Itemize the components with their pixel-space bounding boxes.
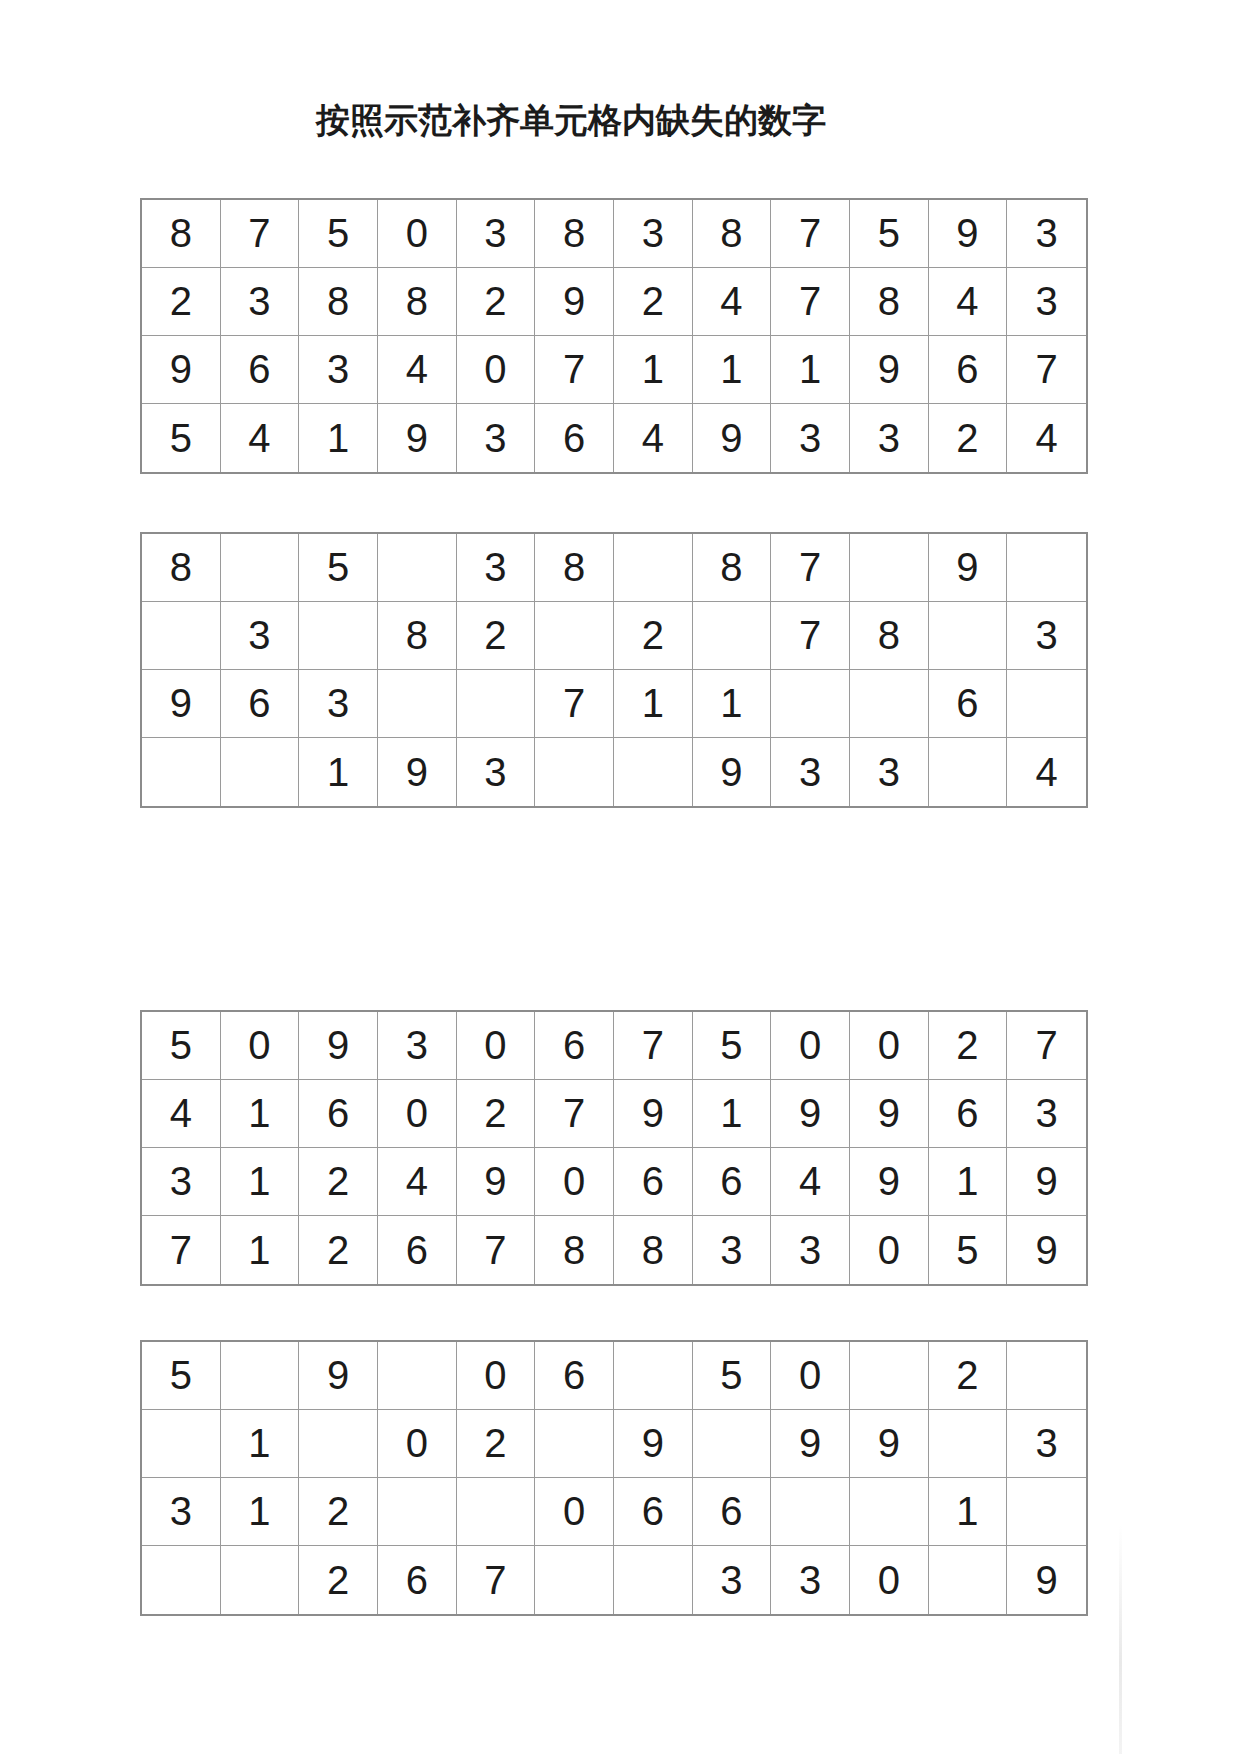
digit-cell-r1c2: 0	[221, 1012, 300, 1080]
digit-cell-r4c5: 3	[457, 404, 536, 472]
answer-cell-r3c5[interactable]	[457, 1478, 536, 1546]
answer-cell-r4c6[interactable]	[535, 1546, 614, 1614]
digit-cell-r3c8: 1	[693, 336, 772, 404]
digit-cell-r3c7: 1	[614, 336, 693, 404]
digit-cell-r4c12: 4	[1007, 404, 1086, 472]
answer-cell-r2c3[interactable]	[299, 1410, 378, 1478]
digit-cell-r2c4: 0	[378, 1080, 457, 1148]
digit-cell-r4c5: 3	[457, 738, 536, 806]
digit-cell-r2c3: 8	[299, 268, 378, 336]
digit-cell-r2c2: 1	[221, 1410, 300, 1478]
digit-cell-r1c3: 9	[299, 1342, 378, 1410]
worksheet-page: 按照示范补齐单元格内缺失的数字 875038387593238829247843…	[0, 0, 1240, 1754]
digit-cell-r1c9: 7	[771, 200, 850, 268]
digit-cell-r3c5: 0	[457, 336, 536, 404]
digit-cell-r4c10: 3	[850, 404, 929, 472]
digit-cell-r2c5: 2	[457, 268, 536, 336]
digit-cell-r3c2: 6	[221, 336, 300, 404]
digit-cell-r1c5: 3	[457, 200, 536, 268]
digit-cell-r1c6: 8	[535, 534, 614, 602]
digit-cell-r1c5: 0	[457, 1342, 536, 1410]
digit-cell-r2c12: 3	[1007, 268, 1086, 336]
answer-cell-r2c1[interactable]	[142, 1410, 221, 1478]
digit-cell-r4c6: 6	[535, 404, 614, 472]
digit-cell-r4c4: 6	[378, 1216, 457, 1284]
example-grid-1: 8750383875932388292478439634071119675419…	[140, 198, 1088, 474]
digit-cell-r4c8: 3	[693, 1216, 772, 1284]
digit-cell-r4c3: 2	[299, 1546, 378, 1614]
digit-cell-r2c4: 8	[378, 268, 457, 336]
digit-cell-r3c11: 6	[929, 336, 1008, 404]
digit-cell-r3c1: 3	[142, 1478, 221, 1546]
digit-cell-r4c3: 1	[299, 738, 378, 806]
digit-cell-r3c3: 2	[299, 1148, 378, 1216]
digit-cell-r2c1: 4	[142, 1080, 221, 1148]
digit-cell-r3c9: 1	[771, 336, 850, 404]
digit-cell-r2c4: 0	[378, 1410, 457, 1478]
digit-cell-r1c9: 7	[771, 534, 850, 602]
digit-cell-r2c10: 9	[850, 1410, 929, 1478]
digit-cell-r3c2: 6	[221, 670, 300, 738]
answer-cell-r1c7[interactable]	[614, 1342, 693, 1410]
digit-cell-r1c11: 9	[929, 200, 1008, 268]
digit-cell-r4c12: 4	[1007, 738, 1086, 806]
digit-cell-r3c12: 9	[1007, 1148, 1086, 1216]
digit-cell-r3c7: 6	[614, 1148, 693, 1216]
answer-cell-r3c10[interactable]	[850, 670, 929, 738]
digit-cell-r1c3: 5	[299, 534, 378, 602]
digit-cell-r4c6: 8	[535, 1216, 614, 1284]
digit-cell-r2c2: 1	[221, 1080, 300, 1148]
digit-cell-r3c3: 3	[299, 336, 378, 404]
digit-cell-r4c8: 3	[693, 1546, 772, 1614]
answer-cell-r4c11[interactable]	[929, 738, 1008, 806]
digit-cell-r2c12: 3	[1007, 602, 1086, 670]
digit-cell-r1c8: 8	[693, 200, 772, 268]
digit-cell-r4c8: 9	[693, 404, 772, 472]
digit-cell-r1c1: 8	[142, 200, 221, 268]
digit-cell-r1c11: 2	[929, 1012, 1008, 1080]
digit-cell-r3c3: 2	[299, 1478, 378, 1546]
digit-cell-r2c10: 9	[850, 1080, 929, 1148]
example-grid-2: 5093067500274160279199633124906649197126…	[140, 1010, 1088, 1286]
digit-cell-r3c5: 9	[457, 1148, 536, 1216]
digit-cell-r4c9: 3	[771, 404, 850, 472]
digit-cell-r2c10: 8	[850, 602, 929, 670]
digit-cell-r2c4: 8	[378, 602, 457, 670]
digit-cell-r2c11: 6	[929, 1080, 1008, 1148]
digit-cell-r1c9: 0	[771, 1342, 850, 1410]
digit-cell-r1c7: 7	[614, 1012, 693, 1080]
digit-cell-r2c2: 3	[221, 268, 300, 336]
page-title: 按照示范补齐单元格内缺失的数字	[0, 96, 1142, 144]
digit-cell-r2c7: 2	[614, 602, 693, 670]
digit-cell-r1c4: 3	[378, 1012, 457, 1080]
digit-cell-r4c5: 7	[457, 1546, 536, 1614]
digit-cell-r2c9: 7	[771, 602, 850, 670]
digit-cell-r3c6: 7	[535, 336, 614, 404]
answer-cell-r2c11[interactable]	[929, 602, 1008, 670]
answer-cell-r1c4[interactable]	[378, 1342, 457, 1410]
answer-cell-r1c4[interactable]	[378, 534, 457, 602]
answer-cell-r4c2[interactable]	[221, 1546, 300, 1614]
digit-cell-r4c1: 5	[142, 404, 221, 472]
digit-cell-r4c4: 6	[378, 1546, 457, 1614]
digit-cell-r4c2: 1	[221, 1216, 300, 1284]
digit-cell-r1c6: 6	[535, 1012, 614, 1080]
digit-cell-r1c6: 8	[535, 200, 614, 268]
digit-cell-r3c4: 4	[378, 336, 457, 404]
digit-cell-r4c12: 9	[1007, 1216, 1086, 1284]
answer-cell-r1c12[interactable]	[1007, 534, 1086, 602]
digit-cell-r1c11: 2	[929, 1342, 1008, 1410]
digit-cell-r3c1: 9	[142, 670, 221, 738]
digit-cell-r4c5: 7	[457, 1216, 536, 1284]
digit-cell-r1c8: 8	[693, 534, 772, 602]
digit-cell-r4c11: 2	[929, 404, 1008, 472]
digit-cell-r1c8: 5	[693, 1342, 772, 1410]
digit-cell-r2c12: 3	[1007, 1080, 1086, 1148]
answer-cell-r2c8[interactable]	[693, 602, 772, 670]
digit-cell-r4c3: 1	[299, 404, 378, 472]
digit-cell-r4c7: 4	[614, 404, 693, 472]
digit-cell-r1c1: 5	[142, 1012, 221, 1080]
digit-cell-r1c12: 3	[1007, 200, 1086, 268]
digit-cell-r1c4: 0	[378, 200, 457, 268]
digit-cell-r1c5: 3	[457, 534, 536, 602]
digit-cell-r2c11: 4	[929, 268, 1008, 336]
digit-cell-r2c6: 7	[535, 1080, 614, 1148]
answer-cell-r3c9[interactable]	[771, 1478, 850, 1546]
digit-cell-r2c5: 2	[457, 602, 536, 670]
digit-cell-r2c3: 6	[299, 1080, 378, 1148]
digit-cell-r1c6: 6	[535, 1342, 614, 1410]
digit-cell-r2c5: 2	[457, 1080, 536, 1148]
digit-cell-r3c7: 1	[614, 670, 693, 738]
digit-cell-r3c11: 1	[929, 1478, 1008, 1546]
answer-cell-r1c2[interactable]	[221, 534, 300, 602]
digit-cell-r3c6: 0	[535, 1148, 614, 1216]
digit-cell-r1c8: 5	[693, 1012, 772, 1080]
digit-cell-r4c7: 8	[614, 1216, 693, 1284]
digit-cell-r3c10: 9	[850, 336, 929, 404]
answer-cell-r2c6[interactable]	[535, 602, 614, 670]
digit-cell-r1c11: 9	[929, 534, 1008, 602]
answer-cell-r2c11[interactable]	[929, 1410, 1008, 1478]
answer-cell-r4c1[interactable]	[142, 1546, 221, 1614]
puzzle-grid-2: 5906502102999331206612673309	[140, 1340, 1088, 1616]
digit-cell-r3c8: 1	[693, 670, 772, 738]
digit-cell-r2c1: 2	[142, 268, 221, 336]
digit-cell-r4c10: 0	[850, 1216, 929, 1284]
digit-cell-r3c7: 6	[614, 1478, 693, 1546]
digit-cell-r3c3: 3	[299, 670, 378, 738]
digit-cell-r1c2: 7	[221, 200, 300, 268]
digit-cell-r3c8: 6	[693, 1148, 772, 1216]
digit-cell-r2c9: 7	[771, 268, 850, 336]
digit-cell-r1c3: 9	[299, 1012, 378, 1080]
digit-cell-r2c12: 3	[1007, 1410, 1086, 1478]
answer-cell-r4c1[interactable]	[142, 738, 221, 806]
digit-cell-r3c12: 7	[1007, 336, 1086, 404]
digit-cell-r4c12: 9	[1007, 1546, 1086, 1614]
answer-cell-r2c8[interactable]	[693, 1410, 772, 1478]
answer-cell-r3c9[interactable]	[771, 670, 850, 738]
answer-cell-r4c6[interactable]	[535, 738, 614, 806]
answer-cell-r1c2[interactable]	[221, 1342, 300, 1410]
digit-cell-r3c10: 9	[850, 1148, 929, 1216]
digit-cell-r4c10: 0	[850, 1546, 929, 1614]
digit-cell-r3c4: 4	[378, 1148, 457, 1216]
digit-cell-r4c9: 3	[771, 738, 850, 806]
digit-cell-r2c8: 1	[693, 1080, 772, 1148]
digit-cell-r1c5: 0	[457, 1012, 536, 1080]
digit-cell-r1c10: 0	[850, 1012, 929, 1080]
digit-cell-r1c7: 3	[614, 200, 693, 268]
digit-cell-r4c3: 2	[299, 1216, 378, 1284]
digit-cell-r3c1: 9	[142, 336, 221, 404]
answer-cell-r1c10[interactable]	[850, 534, 929, 602]
answer-cell-r2c3[interactable]	[299, 602, 378, 670]
digit-cell-r1c9: 0	[771, 1012, 850, 1080]
digit-cell-r4c9: 3	[771, 1546, 850, 1614]
digit-cell-r3c6: 0	[535, 1478, 614, 1546]
digit-cell-r4c8: 9	[693, 738, 772, 806]
digit-cell-r2c8: 4	[693, 268, 772, 336]
answer-cell-r4c2[interactable]	[221, 738, 300, 806]
answer-cell-r1c12[interactable]	[1007, 1342, 1086, 1410]
digit-cell-r2c7: 9	[614, 1410, 693, 1478]
digit-cell-r2c9: 9	[771, 1410, 850, 1478]
answer-cell-r3c4[interactable]	[378, 670, 457, 738]
digit-cell-r2c2: 3	[221, 602, 300, 670]
digit-cell-r4c11: 5	[929, 1216, 1008, 1284]
answer-cell-r3c5[interactable]	[457, 670, 536, 738]
digit-cell-r1c1: 8	[142, 534, 221, 602]
digit-cell-r3c1: 3	[142, 1148, 221, 1216]
digit-cell-r3c11: 1	[929, 1148, 1008, 1216]
digit-cell-r2c7: 9	[614, 1080, 693, 1148]
scan-corner-artifact	[1119, 1524, 1122, 1754]
digit-cell-r1c10: 5	[850, 200, 929, 268]
digit-cell-r3c9: 4	[771, 1148, 850, 1216]
answer-cell-r4c7[interactable]	[614, 1546, 693, 1614]
digit-cell-r2c5: 2	[457, 1410, 536, 1478]
answer-cell-r3c12[interactable]	[1007, 670, 1086, 738]
digit-cell-r2c6: 9	[535, 268, 614, 336]
digit-cell-r4c1: 7	[142, 1216, 221, 1284]
answer-cell-r3c10[interactable]	[850, 1478, 929, 1546]
digit-cell-r3c2: 1	[221, 1478, 300, 1546]
digit-cell-r2c9: 9	[771, 1080, 850, 1148]
digit-cell-r2c7: 2	[614, 268, 693, 336]
digit-cell-r3c11: 6	[929, 670, 1008, 738]
answer-cell-r2c6[interactable]	[535, 1410, 614, 1478]
answer-cell-r1c10[interactable]	[850, 1342, 929, 1410]
digit-cell-r2c10: 8	[850, 268, 929, 336]
digit-cell-r1c3: 5	[299, 200, 378, 268]
digit-cell-r3c6: 7	[535, 670, 614, 738]
digit-cell-r3c8: 6	[693, 1478, 772, 1546]
digit-cell-r4c9: 3	[771, 1216, 850, 1284]
answer-cell-r2c1[interactable]	[142, 602, 221, 670]
digit-cell-r3c2: 1	[221, 1148, 300, 1216]
digit-cell-r4c2: 4	[221, 404, 300, 472]
puzzle-grid-1: 8538879382278396371161939334	[140, 532, 1088, 808]
answer-cell-r4c7[interactable]	[614, 738, 693, 806]
digit-cell-r4c4: 9	[378, 738, 457, 806]
answer-cell-r4c11[interactable]	[929, 1546, 1008, 1614]
digit-cell-r1c1: 5	[142, 1342, 221, 1410]
answer-cell-r3c4[interactable]	[378, 1478, 457, 1546]
answer-cell-r1c7[interactable]	[614, 534, 693, 602]
digit-cell-r1c12: 7	[1007, 1012, 1086, 1080]
answer-cell-r3c12[interactable]	[1007, 1478, 1086, 1546]
digit-cell-r4c10: 3	[850, 738, 929, 806]
digit-cell-r4c4: 9	[378, 404, 457, 472]
